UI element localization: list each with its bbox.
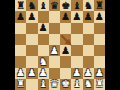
square-c1[interactable]: ♝ xyxy=(38,79,49,90)
square-d6[interactable] xyxy=(49,23,60,34)
square-h3[interactable] xyxy=(94,56,105,67)
square-g3[interactable] xyxy=(83,56,94,67)
piece-white-rook: ♜ xyxy=(16,79,25,89)
square-e1[interactable]: ♚ xyxy=(60,79,71,90)
piece-black-pawn: ♟ xyxy=(39,23,48,33)
square-c5[interactable] xyxy=(38,34,49,45)
square-f4[interactable] xyxy=(71,45,82,56)
square-e2[interactable] xyxy=(60,68,71,79)
piece-white-pawn: ♟ xyxy=(39,68,48,78)
piece-black-pawn: ♟ xyxy=(61,46,70,56)
square-d1[interactable]: ♛ xyxy=(49,79,60,90)
square-f2[interactable]: ♟ xyxy=(71,68,82,79)
piece-white-pawn: ♟ xyxy=(50,46,59,56)
square-b5[interactable] xyxy=(26,34,37,45)
square-g8[interactable]: ♞ xyxy=(83,0,94,11)
square-f7[interactable]: ♟ xyxy=(71,11,82,22)
square-h7[interactable]: ♟ xyxy=(94,11,105,22)
square-a7[interactable]: ♟ xyxy=(15,11,26,22)
square-a2[interactable]: ♟ xyxy=(15,68,26,79)
piece-black-knight: ♞ xyxy=(84,1,93,11)
piece-black-pawn: ♟ xyxy=(61,12,70,22)
piece-white-bishop: ♝ xyxy=(72,79,81,89)
square-f5[interactable] xyxy=(71,34,82,45)
square-d7[interactable] xyxy=(49,11,60,22)
square-c3[interactable]: ♞ xyxy=(38,56,49,67)
piece-white-knight: ♞ xyxy=(84,79,93,89)
square-g6[interactable] xyxy=(83,23,94,34)
piece-white-rook: ♜ xyxy=(95,79,104,89)
square-h5[interactable] xyxy=(94,34,105,45)
square-g5[interactable] xyxy=(83,34,94,45)
square-e4[interactable]: ♟ xyxy=(60,45,71,56)
square-a4[interactable] xyxy=(15,45,26,56)
square-b4[interactable] xyxy=(26,45,37,56)
square-d3[interactable] xyxy=(49,56,60,67)
chess-board: ♜♞♝♛♚♝♞♜♟♟♟♟♟♟♟♟♟♞♟♟♟♟♟♟♜♝♛♚♝♞♜ xyxy=(15,0,105,90)
piece-white-pawn: ♟ xyxy=(95,68,104,78)
letterbox-frame: ♜♞♝♛♚♝♞♜♟♟♟♟♟♟♟♟♟♞♟♟♟♟♟♟♜♝♛♚♝♞♜ xyxy=(0,0,120,90)
square-d4[interactable]: ♟ xyxy=(49,45,60,56)
square-h4[interactable] xyxy=(94,45,105,56)
piece-black-pawn: ♟ xyxy=(84,12,93,22)
square-b6[interactable] xyxy=(26,23,37,34)
square-a3[interactable] xyxy=(15,56,26,67)
square-a6[interactable] xyxy=(15,23,26,34)
piece-black-pawn: ♟ xyxy=(27,12,36,22)
piece-black-queen: ♛ xyxy=(50,1,59,11)
piece-black-bishop: ♝ xyxy=(39,1,48,11)
square-e6[interactable] xyxy=(60,23,71,34)
square-f8[interactable]: ♝ xyxy=(71,0,82,11)
square-b8[interactable]: ♞ xyxy=(26,0,37,11)
square-e5[interactable] xyxy=(60,34,71,45)
square-c6[interactable]: ♟ xyxy=(38,23,49,34)
piece-black-pawn: ♟ xyxy=(16,12,25,22)
piece-white-pawn: ♟ xyxy=(84,68,93,78)
square-h6[interactable] xyxy=(94,23,105,34)
square-g4[interactable] xyxy=(83,45,94,56)
square-g7[interactable]: ♟ xyxy=(83,11,94,22)
square-a1[interactable]: ♜ xyxy=(15,79,26,90)
piece-white-pawn: ♟ xyxy=(16,68,25,78)
square-b2[interactable]: ♟ xyxy=(26,68,37,79)
square-d8[interactable]: ♛ xyxy=(49,0,60,11)
square-e3[interactable] xyxy=(60,56,71,67)
square-g2[interactable]: ♟ xyxy=(83,68,94,79)
piece-black-pawn: ♟ xyxy=(95,12,104,22)
square-e8[interactable]: ♚ xyxy=(60,0,71,11)
square-b3[interactable] xyxy=(26,56,37,67)
square-c2[interactable]: ♟ xyxy=(38,68,49,79)
square-c8[interactable]: ♝ xyxy=(38,0,49,11)
square-a8[interactable]: ♜ xyxy=(15,0,26,11)
piece-white-pawn: ♟ xyxy=(27,68,36,78)
square-g1[interactable]: ♞ xyxy=(83,79,94,90)
piece-white-bishop: ♝ xyxy=(39,79,48,89)
square-d5[interactable] xyxy=(49,34,60,45)
pillarbox-right xyxy=(105,0,120,90)
piece-white-pawn: ♟ xyxy=(72,68,81,78)
square-b1[interactable] xyxy=(26,79,37,90)
square-h1[interactable]: ♜ xyxy=(94,79,105,90)
piece-black-knight: ♞ xyxy=(27,1,36,11)
piece-black-king: ♚ xyxy=(61,1,70,11)
piece-black-rook: ♜ xyxy=(95,1,104,11)
square-h2[interactable]: ♟ xyxy=(94,68,105,79)
square-e7[interactable]: ♟ xyxy=(60,11,71,22)
square-a5[interactable] xyxy=(15,34,26,45)
square-c7[interactable] xyxy=(38,11,49,22)
piece-black-bishop: ♝ xyxy=(72,1,81,11)
square-b7[interactable]: ♟ xyxy=(26,11,37,22)
piece-white-queen: ♛ xyxy=(50,79,59,89)
square-d2[interactable] xyxy=(49,68,60,79)
piece-white-king: ♚ xyxy=(61,79,70,89)
square-f3[interactable] xyxy=(71,56,82,67)
piece-white-knight: ♞ xyxy=(39,57,48,67)
square-f1[interactable]: ♝ xyxy=(71,79,82,90)
piece-black-pawn: ♟ xyxy=(72,12,81,22)
piece-black-rook: ♜ xyxy=(16,1,25,11)
pillarbox-left xyxy=(0,0,15,90)
square-f6[interactable] xyxy=(71,23,82,34)
square-h8[interactable]: ♜ xyxy=(94,0,105,11)
square-c4[interactable] xyxy=(38,45,49,56)
